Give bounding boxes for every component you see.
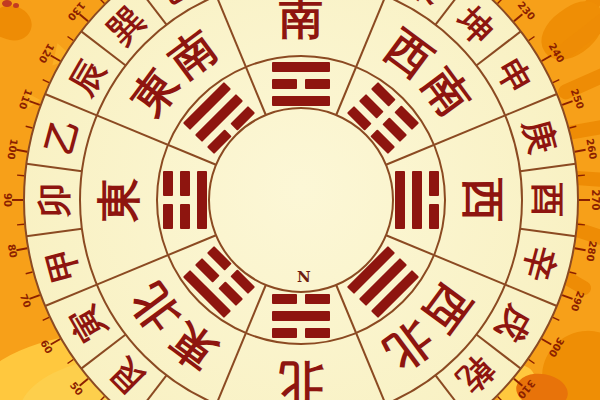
degree-tick xyxy=(553,317,559,320)
trigram-line-broken xyxy=(272,79,330,89)
trigram-line-broken xyxy=(429,171,439,229)
degree-label: 90 xyxy=(2,193,12,207)
trigram-line-solid xyxy=(272,311,330,321)
trigram-kan-icon xyxy=(272,294,330,338)
degree-tick xyxy=(68,37,74,41)
luopan-compass: 5060708090100110120130230240250260270280… xyxy=(0,0,600,400)
trigram-line-solid xyxy=(272,62,330,72)
degree-tick xyxy=(51,56,61,62)
trigram-line-solid xyxy=(197,171,207,229)
degree-tick xyxy=(562,295,572,299)
direction-char-south: 南 xyxy=(279,0,323,40)
degree-tick xyxy=(17,224,24,225)
degree-tick xyxy=(542,339,552,345)
direction-char-west: 西 xyxy=(461,178,505,222)
degree-tick xyxy=(514,14,522,21)
degree-label: 270 xyxy=(590,190,600,211)
degree-tick xyxy=(26,126,33,128)
degree-tick xyxy=(51,339,61,345)
degree-tick xyxy=(16,150,27,152)
direction-char-east: 東 xyxy=(97,178,141,222)
degree-tick xyxy=(17,175,24,176)
degree-tick xyxy=(29,101,39,105)
degree-tick xyxy=(99,397,104,400)
degree-tick xyxy=(43,80,49,83)
degree-tick xyxy=(29,295,39,299)
degree-tick xyxy=(529,37,535,41)
trigram-zhen-icon xyxy=(163,171,207,229)
trigram-line-solid xyxy=(395,171,405,229)
trigram-line-broken xyxy=(180,171,190,229)
north-marker: N xyxy=(297,268,311,286)
direction-char-north: 北 xyxy=(279,360,323,400)
degree-tick xyxy=(498,397,503,400)
degree-tick xyxy=(529,359,535,363)
trigram-line-solid xyxy=(412,171,422,229)
degree-label: 80 xyxy=(5,243,17,258)
degree-tick xyxy=(542,56,552,62)
trigram-dui-icon xyxy=(395,171,439,229)
degree-tick xyxy=(553,80,559,83)
degree-tick xyxy=(575,150,586,152)
trigram-li-icon xyxy=(272,62,330,106)
degree-tick xyxy=(26,272,33,274)
degree-tick xyxy=(68,359,74,363)
mountain-char: 酉 xyxy=(531,183,565,217)
degree-tick xyxy=(575,248,586,250)
degree-tick xyxy=(570,126,577,128)
degree-tick xyxy=(99,0,104,3)
trigram-line-broken xyxy=(272,328,330,338)
trigram-line-broken xyxy=(163,171,173,229)
degree-tick xyxy=(514,379,522,386)
degree-tick xyxy=(570,272,577,274)
degree-tick xyxy=(43,317,49,320)
degree-tick xyxy=(80,14,88,21)
degree-tick xyxy=(498,0,503,3)
degree-tick xyxy=(578,175,585,176)
trigram-line-solid xyxy=(272,96,330,106)
degree-tick xyxy=(578,224,585,225)
trigram-line-broken xyxy=(272,294,330,304)
degree-tick xyxy=(562,101,572,105)
mountain-char: 卯 xyxy=(37,183,71,217)
